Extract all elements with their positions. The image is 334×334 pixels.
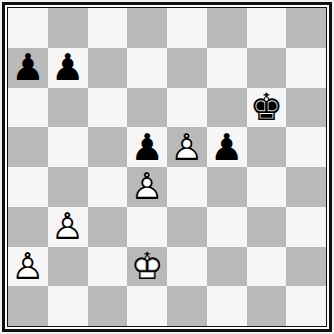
square-h3 (286, 207, 326, 247)
white-pawn: ♟♙ (8, 247, 48, 287)
square-a4 (8, 167, 48, 207)
square-b4 (48, 167, 88, 207)
square-a2: ♟♙ (8, 247, 48, 287)
black-pawn: ♟ (48, 48, 88, 88)
square-d6 (127, 88, 167, 128)
square-f3 (207, 207, 247, 247)
square-h8 (286, 8, 326, 48)
chess-diagram: ♟♟♚♟♟♙♟♟♙♟♙♟♙♚♔ (0, 0, 334, 334)
square-f6 (207, 88, 247, 128)
board-frame: ♟♟♚♟♟♙♟♟♙♟♙♟♙♚♔ (2, 2, 332, 332)
square-h2 (286, 247, 326, 287)
black-pawn-glyph: ♟ (8, 48, 48, 88)
square-e7 (167, 48, 207, 88)
square-g3 (247, 207, 287, 247)
square-a7: ♟ (8, 48, 48, 88)
board-frame-inner: ♟♟♚♟♟♙♟♟♙♟♙♟♙♚♔ (7, 7, 327, 327)
square-b5 (48, 127, 88, 167)
square-e1 (167, 286, 207, 326)
square-b6 (48, 88, 88, 128)
black-king-glyph: ♚ (247, 88, 287, 128)
square-d2: ♚♔ (127, 247, 167, 287)
square-c3 (88, 207, 128, 247)
square-d5: ♟ (127, 127, 167, 167)
square-d7 (127, 48, 167, 88)
square-e2 (167, 247, 207, 287)
square-f8 (207, 8, 247, 48)
black-pawn-glyph: ♟ (207, 127, 247, 167)
square-h7 (286, 48, 326, 88)
square-f1 (207, 286, 247, 326)
square-g5 (247, 127, 287, 167)
square-d8 (127, 8, 167, 48)
square-f7 (207, 48, 247, 88)
square-h5 (286, 127, 326, 167)
square-c6 (88, 88, 128, 128)
square-c8 (88, 8, 128, 48)
square-c1 (88, 286, 128, 326)
white-pawn: ♟♙ (48, 207, 88, 247)
square-b1 (48, 286, 88, 326)
square-e6 (167, 88, 207, 128)
square-b3: ♟♙ (48, 207, 88, 247)
square-h6 (286, 88, 326, 128)
square-h4 (286, 167, 326, 207)
square-d4: ♟♙ (127, 167, 167, 207)
square-e4 (167, 167, 207, 207)
square-d1 (127, 286, 167, 326)
square-a8 (8, 8, 48, 48)
white-pawn-outline: ♙ (127, 167, 167, 207)
white-pawn: ♟♙ (167, 127, 207, 167)
square-g2 (247, 247, 287, 287)
square-a1 (8, 286, 48, 326)
white-pawn-outline: ♙ (48, 207, 88, 247)
white-pawn-outline: ♙ (8, 247, 48, 287)
square-e3 (167, 207, 207, 247)
square-c4 (88, 167, 128, 207)
square-b2 (48, 247, 88, 287)
square-g7 (247, 48, 287, 88)
black-pawn: ♟ (8, 48, 48, 88)
black-pawn-glyph: ♟ (48, 48, 88, 88)
square-f4 (207, 167, 247, 207)
square-f5: ♟ (207, 127, 247, 167)
white-king: ♚♔ (127, 247, 167, 287)
chess-board: ♟♟♚♟♟♙♟♟♙♟♙♟♙♚♔ (8, 8, 326, 326)
square-a5 (8, 127, 48, 167)
white-pawn-outline: ♙ (167, 127, 207, 167)
square-c7 (88, 48, 128, 88)
square-b7: ♟ (48, 48, 88, 88)
square-a3 (8, 207, 48, 247)
square-g4 (247, 167, 287, 207)
square-h1 (286, 286, 326, 326)
square-a6 (8, 88, 48, 128)
square-g8 (247, 8, 287, 48)
white-pawn: ♟♙ (127, 167, 167, 207)
square-c5 (88, 127, 128, 167)
square-c2 (88, 247, 128, 287)
square-e5: ♟♙ (167, 127, 207, 167)
square-g6: ♚ (247, 88, 287, 128)
black-pawn: ♟ (207, 127, 247, 167)
black-pawn: ♟ (127, 127, 167, 167)
black-pawn-glyph: ♟ (127, 127, 167, 167)
square-f2 (207, 247, 247, 287)
square-b8 (48, 8, 88, 48)
black-king: ♚ (247, 88, 287, 128)
square-g1 (247, 286, 287, 326)
square-d3 (127, 207, 167, 247)
square-e8 (167, 8, 207, 48)
white-king-outline: ♔ (127, 247, 167, 287)
